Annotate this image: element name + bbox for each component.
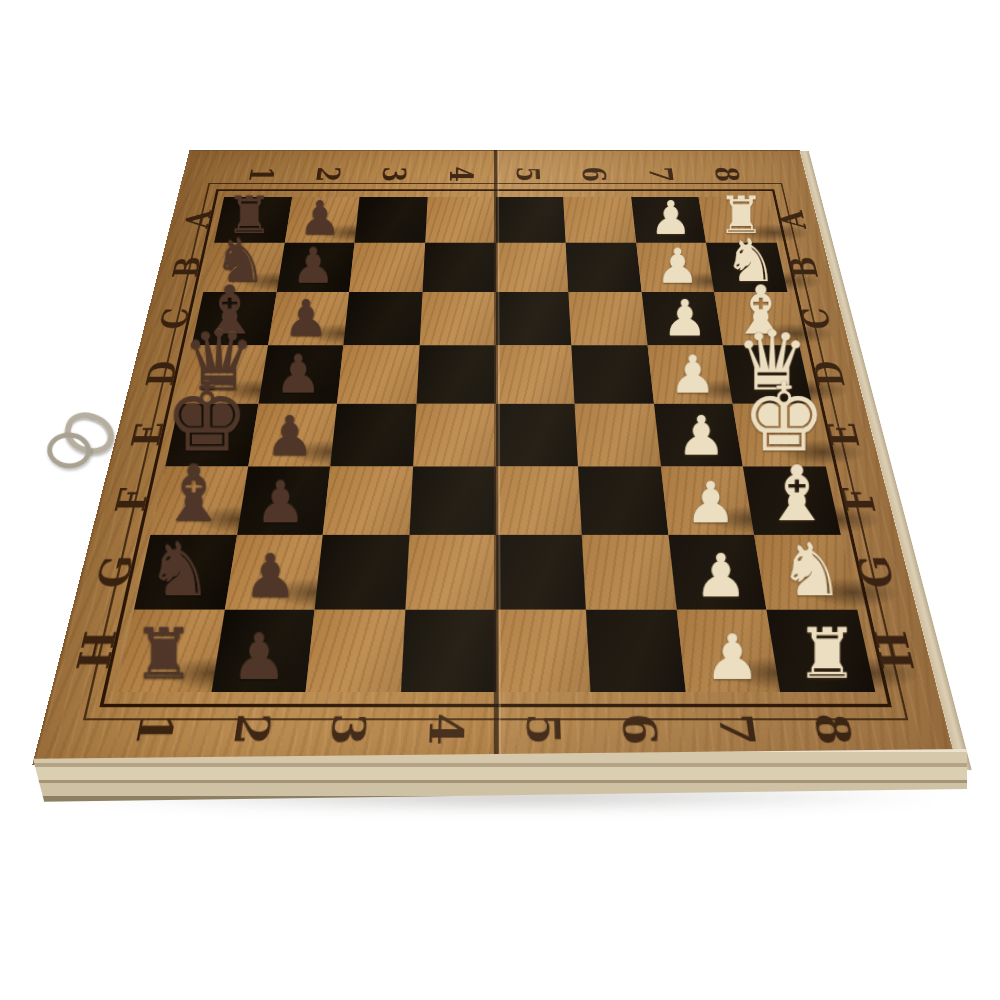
dark-pawn-piece[interactable]: ♟ — [231, 628, 287, 687]
light-rook-piece[interactable]: ♜ — [796, 621, 859, 687]
dark-pawn-piece[interactable]: ♟ — [243, 549, 296, 606]
board-face: ♜♟♟♜♞♟♟♞♝♟♟♝♛♟♟♛♚♟♟♚♝♟♟♝♞♟♟♞♜♟♟♜ 1234567… — [32, 150, 957, 765]
light-pawn-piece[interactable]: ♟ — [669, 351, 716, 401]
light-bishop-piece[interactable]: ♝ — [763, 458, 832, 531]
clasp-hook-icon — [47, 432, 92, 470]
dark-pawn-piece[interactable]: ♟ — [299, 196, 341, 240]
dark-pawn-piece[interactable]: ♟ — [284, 295, 329, 343]
chess-board: ♜♟♟♜♞♟♟♞♝♟♟♝♛♟♟♛♚♟♟♚♝♟♟♝♞♟♟♞♜♟♟♜ 1234567… — [32, 150, 957, 765]
light-pawn-piece[interactable]: ♟ — [704, 628, 760, 687]
light-pawn-piece[interactable]: ♟ — [656, 244, 699, 290]
dark-knight-piece[interactable]: ♞ — [147, 536, 213, 606]
light-pawn-piece[interactable]: ♟ — [662, 295, 707, 343]
light-pawn-piece[interactable]: ♟ — [650, 196, 692, 240]
dark-rook-piece[interactable]: ♜ — [133, 621, 196, 687]
dark-pawn-piece[interactable]: ♟ — [265, 411, 314, 463]
light-pawn-piece[interactable]: ♟ — [685, 477, 736, 531]
dark-pawn-piece[interactable]: ♟ — [275, 351, 322, 401]
product-photo-scene: ♜♟♟♜♞♟♟♞♝♟♟♝♛♟♟♛♚♟♟♚♝♟♟♝♞♟♟♞♜♟♟♜ 1234567… — [0, 0, 1000, 1000]
light-pawn-piece[interactable]: ♟ — [694, 549, 747, 606]
dark-bishop-piece[interactable]: ♝ — [160, 458, 229, 531]
light-knight-piece[interactable]: ♞ — [778, 536, 844, 606]
dark-pawn-piece[interactable]: ♟ — [255, 477, 306, 531]
light-pawn-piece[interactable]: ♟ — [677, 411, 726, 463]
dark-pawn-piece[interactable]: ♟ — [292, 244, 335, 290]
